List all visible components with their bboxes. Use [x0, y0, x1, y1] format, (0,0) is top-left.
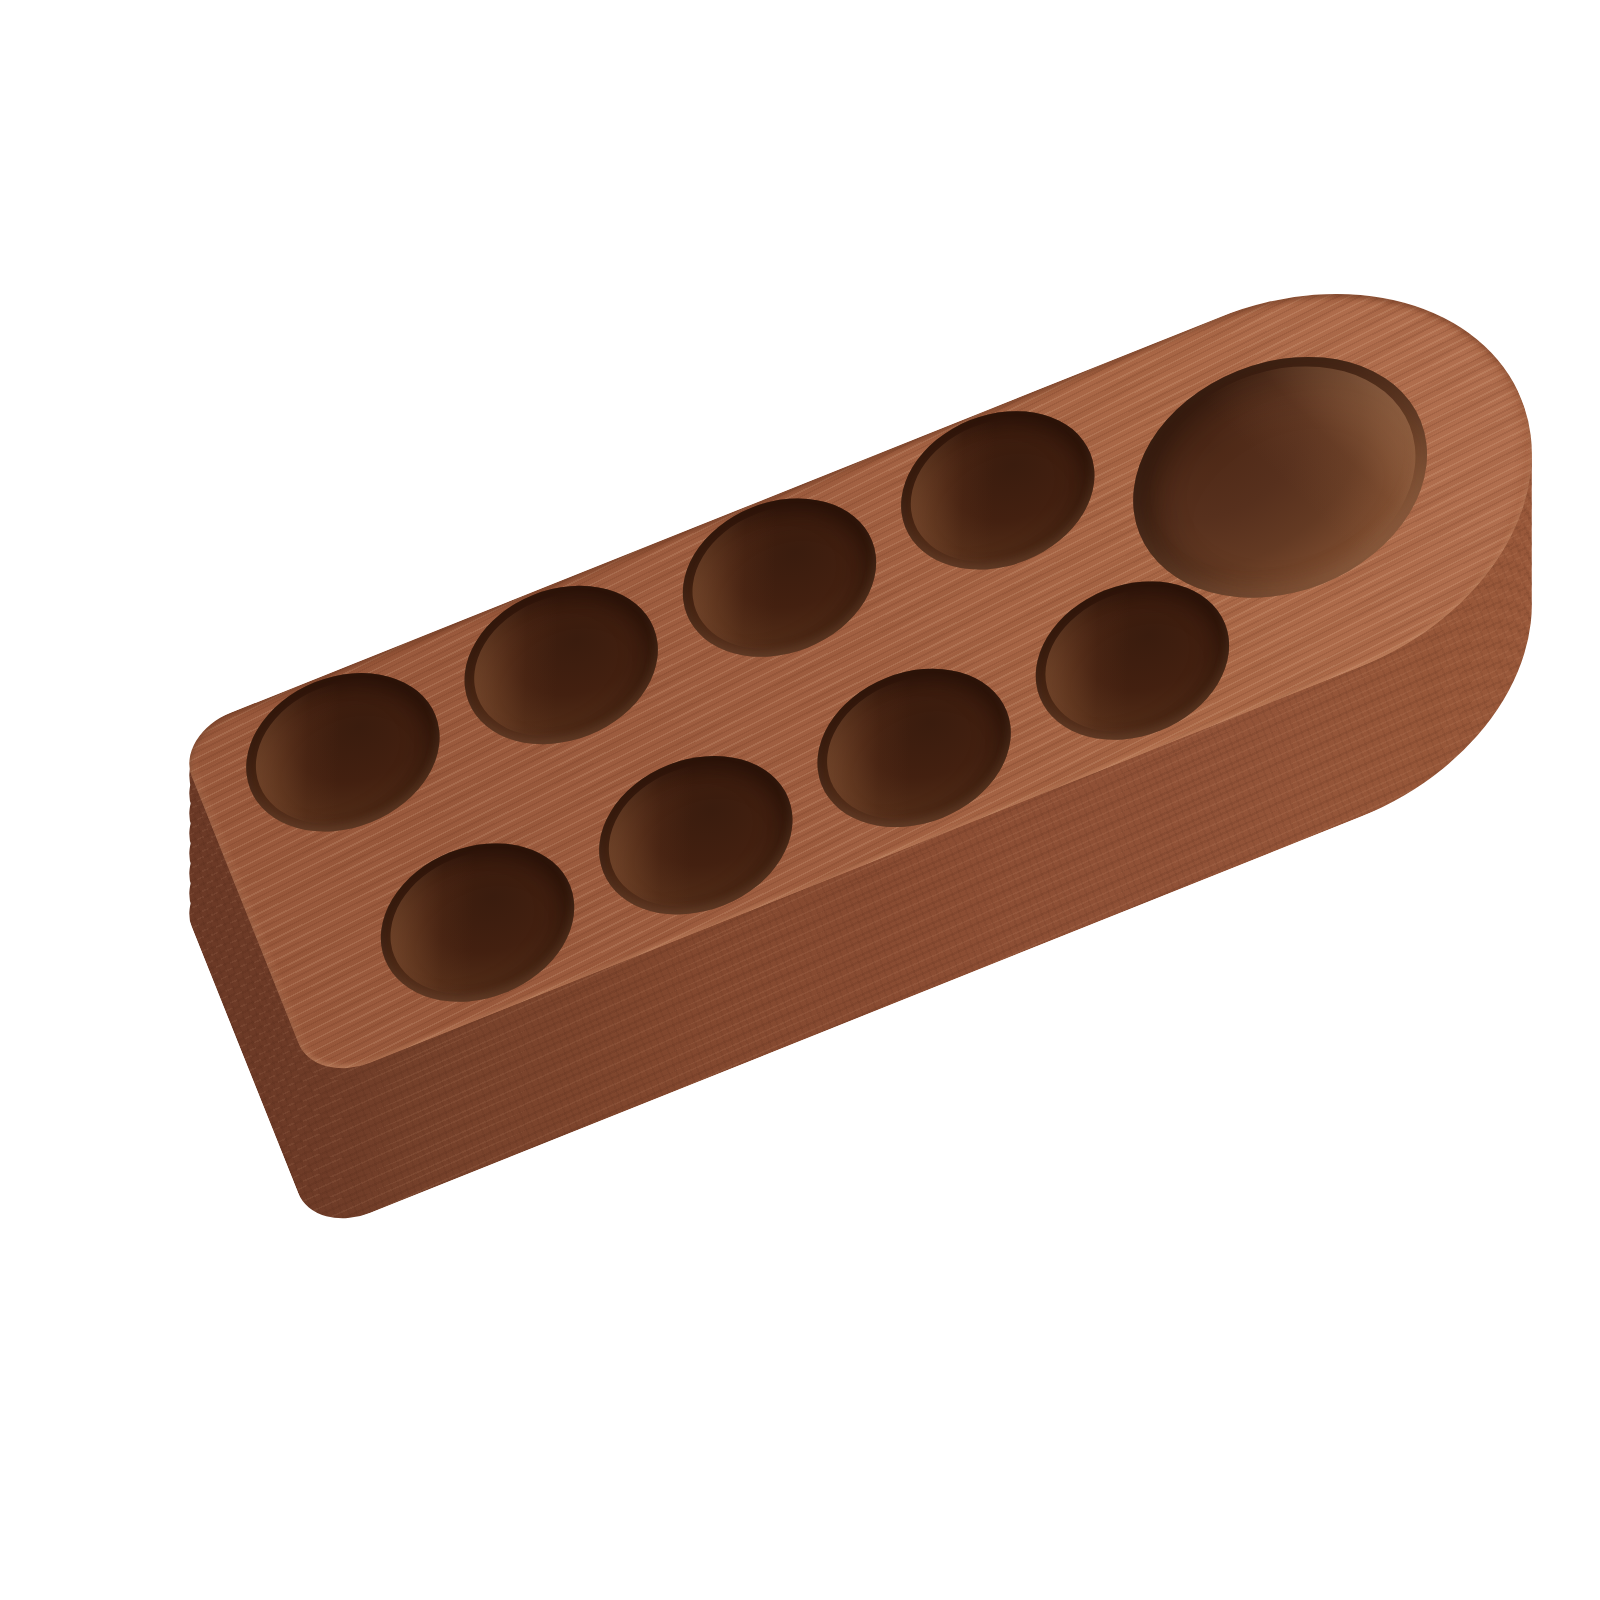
pit-back-3[interactable]	[659, 471, 900, 685]
pit-back-4[interactable]	[877, 383, 1118, 597]
pit-back-2[interactable]	[441, 558, 682, 772]
product-photo-scene	[0, 0, 1600, 1600]
pit-back-1[interactable]	[222, 645, 463, 859]
